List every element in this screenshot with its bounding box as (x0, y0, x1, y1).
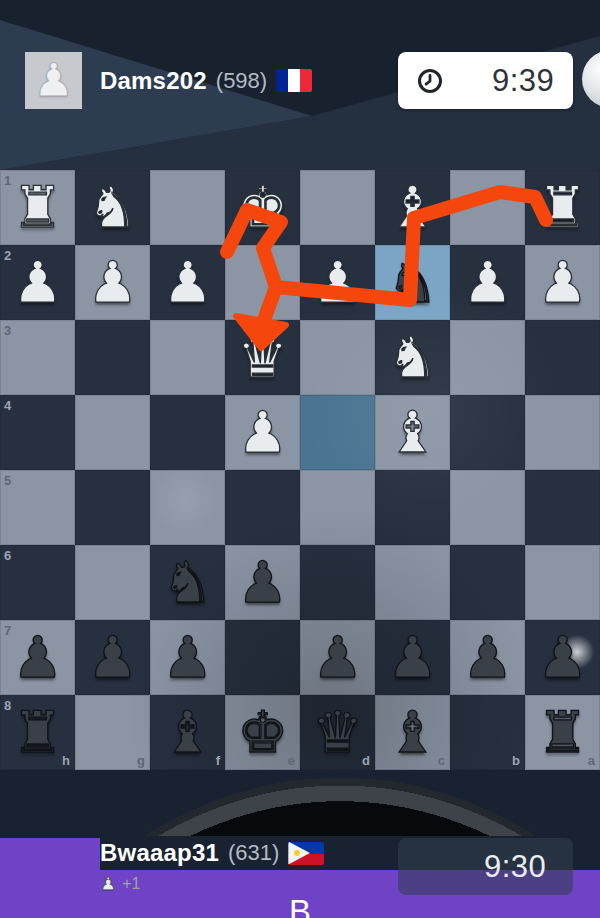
square-b2[interactable]: ♟ (450, 245, 525, 320)
captured-pawn-icon: ♟ (100, 873, 116, 895)
square-d7[interactable]: ♟ (300, 620, 375, 695)
square-c8[interactable]: c♝ (375, 695, 450, 770)
square-e1[interactable]: ♚ (225, 170, 300, 245)
square-g4[interactable] (75, 395, 150, 470)
square-a1[interactable]: ♜ (525, 170, 600, 245)
white-rook-a1[interactable]: ♜ (525, 170, 600, 245)
square-a4[interactable] (525, 395, 600, 470)
square-h2[interactable]: 2♟ (0, 245, 75, 320)
square-d8[interactable]: d♛ (300, 695, 375, 770)
square-d1[interactable] (300, 170, 375, 245)
white-pawn-b2[interactable]: ♟ (450, 245, 525, 320)
black-bishop-f8[interactable]: ♝ (150, 695, 225, 770)
white-pawn-a2[interactable]: ♟ (525, 245, 600, 320)
france-flag-icon (276, 69, 312, 92)
square-e6[interactable]: ♟ (225, 545, 300, 620)
white-pawn-f2[interactable]: ♟ (150, 245, 225, 320)
square-c7[interactable]: ♟ (375, 620, 450, 695)
square-e4[interactable]: ♟ (225, 395, 300, 470)
square-b8[interactable]: b (450, 695, 525, 770)
clock-icon (416, 67, 444, 95)
top-player-info: Dams202 (598) (100, 52, 312, 109)
rank-label-4: 4 (4, 398, 11, 413)
square-g7[interactable]: ♟ (75, 620, 150, 695)
square-g8[interactable]: g (75, 695, 150, 770)
square-h5[interactable]: 5 (0, 470, 75, 545)
square-c3[interactable]: ♞ (375, 320, 450, 395)
square-a7[interactable]: ♟ (525, 620, 600, 695)
square-e7[interactable] (225, 620, 300, 695)
top-player-rating: (598) (216, 68, 267, 94)
square-d4[interactable] (300, 395, 375, 470)
black-knight-f6[interactable]: ♞ (150, 545, 225, 620)
square-h1[interactable]: 1♜ (0, 170, 75, 245)
square-g2[interactable]: ♟ (75, 245, 150, 320)
square-c6[interactable] (375, 545, 450, 620)
white-pawn-e4[interactable]: ♟ (225, 395, 300, 470)
black-pawn-a7[interactable]: ♟ (525, 620, 600, 695)
square-f8[interactable]: f♝ (150, 695, 225, 770)
white-rook-h1[interactable]: ♜ (0, 170, 75, 245)
white-knight-c3[interactable]: ♞ (375, 320, 450, 395)
black-king-e8[interactable]: ♚ (225, 695, 300, 770)
white-king-e1[interactable]: ♚ (225, 170, 300, 245)
black-pawn-b7[interactable]: ♟ (450, 620, 525, 695)
square-g6[interactable] (75, 545, 150, 620)
square-b7[interactable]: ♟ (450, 620, 525, 695)
square-a3[interactable] (525, 320, 600, 395)
square-b5[interactable] (450, 470, 525, 545)
top-player-bar: ♟ Dams202 (598) 9:39 (0, 0, 600, 170)
black-pawn-h7[interactable]: ♟ (0, 620, 75, 695)
black-queen-d8[interactable]: ♛ (300, 695, 375, 770)
black-rook-h8[interactable]: ♜ (0, 695, 75, 770)
chess-board-area: 1♜♞♚♝♜2♟♟♟♟♞♟♟3♛♞4♟♝56♞♟7♟♟♟♟♟♟♟8h♜gf♝e♚… (0, 170, 600, 770)
square-d3[interactable] (300, 320, 375, 395)
square-g1[interactable]: ♞ (75, 170, 150, 245)
top-player-avatar[interactable]: ♟ (25, 52, 82, 109)
black-bishop-c8[interactable]: ♝ (375, 695, 450, 770)
white-pawn-avatar-icon: ♟ (33, 52, 74, 109)
philippines-flag-icon (288, 842, 324, 865)
square-h8[interactable]: 8h♜ (0, 695, 75, 770)
white-queen-e3[interactable]: ♛ (225, 320, 300, 395)
white-knight-g1[interactable]: ♞ (75, 170, 150, 245)
square-b6[interactable] (450, 545, 525, 620)
file-label-b: b (512, 753, 520, 768)
square-b3[interactable] (450, 320, 525, 395)
rank-label-3: 3 (4, 323, 11, 338)
square-d2[interactable]: ♟ (300, 245, 375, 320)
square-d6[interactable] (300, 545, 375, 620)
top-player-name[interactable]: Dams202 (100, 67, 207, 95)
black-pawn-e6[interactable]: ♟ (225, 545, 300, 620)
top-clock-time: 9:39 (492, 63, 554, 99)
bottom-player-name[interactable]: Bwaaap31 (100, 839, 219, 867)
bottom-player-bar: B Bwaaap31 (631) ♟ +1 9:30 (0, 770, 600, 918)
square-a8[interactable]: a♜ (525, 695, 600, 770)
square-a2[interactable]: ♟ (525, 245, 600, 320)
bottom-player-clock: 9:30 (398, 838, 573, 895)
square-c1[interactable]: ♝ (375, 170, 450, 245)
square-f4[interactable] (150, 395, 225, 470)
black-pawn-d7[interactable]: ♟ (300, 620, 375, 695)
square-f1[interactable] (150, 170, 225, 245)
bottom-player-rating: (631) (228, 840, 279, 866)
black-pawn-f7[interactable]: ♟ (150, 620, 225, 695)
square-c5[interactable] (375, 470, 450, 545)
rank-label-5: 5 (4, 473, 11, 488)
material-count: +1 (122, 875, 140, 893)
white-pawn-h2[interactable]: ♟ (0, 245, 75, 320)
square-e2[interactable] (225, 245, 300, 320)
white-pawn-g2[interactable]: ♟ (75, 245, 150, 320)
square-f5[interactable] (150, 470, 225, 545)
white-pawn-d2[interactable]: ♟ (300, 245, 375, 320)
square-d5[interactable] (300, 470, 375, 545)
square-b1[interactable] (450, 170, 525, 245)
square-g3[interactable] (75, 320, 150, 395)
square-a6[interactable] (525, 545, 600, 620)
chess-board: 1♜♞♚♝♜2♟♟♟♟♞♟♟3♛♞4♟♝56♞♟7♟♟♟♟♟♟♟8h♜gf♝e♚… (0, 170, 600, 770)
square-f7[interactable]: ♟ (150, 620, 225, 695)
square-c4[interactable]: ♝ (375, 395, 450, 470)
square-h7[interactable]: 7♟ (0, 620, 75, 695)
square-c2[interactable]: ♞ (375, 245, 450, 320)
square-h6[interactable]: 6 (0, 545, 75, 620)
avatar-letter: B (289, 893, 311, 918)
square-b4[interactable] (450, 395, 525, 470)
square-e3[interactable]: ♛ (225, 320, 300, 395)
square-e8[interactable]: e♚ (225, 695, 300, 770)
square-f2[interactable]: ♟ (150, 245, 225, 320)
white-bishop-c4[interactable]: ♝ (375, 395, 450, 470)
black-pawn-g7[interactable]: ♟ (75, 620, 150, 695)
square-a5[interactable] (525, 470, 600, 545)
square-h4[interactable]: 4 (0, 395, 75, 470)
square-h3[interactable]: 3 (0, 320, 75, 395)
rank-label-6: 6 (4, 548, 11, 563)
black-pawn-c7[interactable]: ♟ (375, 620, 450, 695)
chess-game-screen: ♟ Dams202 (598) 9:39 1♜♞♚♝♜2♟♟♟♟♞♟♟3♛♞4♟… (0, 0, 600, 918)
square-g5[interactable] (75, 470, 150, 545)
square-f6[interactable]: ♞ (150, 545, 225, 620)
white-bishop-c1[interactable]: ♝ (375, 170, 450, 245)
file-label-g: g (137, 753, 145, 768)
bottom-clock-time: 9:30 (484, 849, 546, 885)
top-player-clock: 9:39 (398, 52, 573, 109)
square-e5[interactable] (225, 470, 300, 545)
black-knight-c2[interactable]: ♞ (375, 245, 450, 320)
square-f3[interactable] (150, 320, 225, 395)
black-rook-a8[interactable]: ♜ (525, 695, 600, 770)
